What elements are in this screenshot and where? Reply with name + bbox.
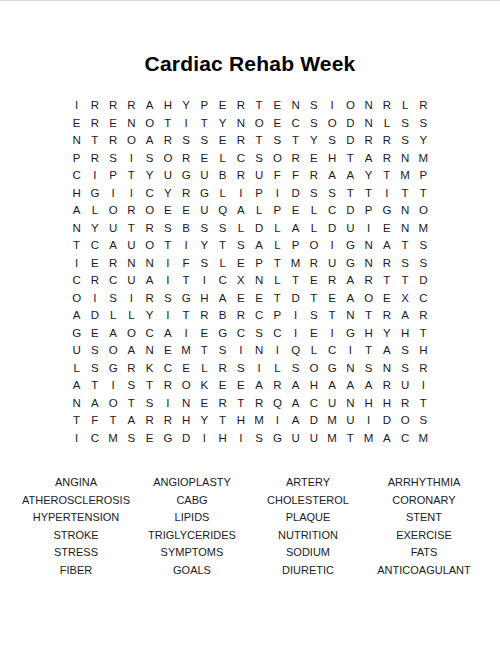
grid-cell: T [341, 150, 359, 168]
grid-cell: S [305, 115, 323, 133]
grid-cell: M [396, 167, 414, 185]
grid-cell: S [141, 150, 159, 168]
grid-cell: H [360, 325, 378, 343]
grid-cell: I [104, 185, 122, 203]
grid-cell: D [177, 430, 195, 448]
grid-cell: R [159, 132, 177, 150]
grid-cell: M [323, 430, 341, 448]
grid-cell: T [323, 307, 341, 325]
grid-cell: C [268, 325, 286, 343]
grid-cell: A [287, 395, 305, 413]
grid-cell: I [177, 237, 195, 255]
grid-cell: E [86, 325, 104, 343]
grid-cell: N [122, 255, 140, 273]
grid-cell: Q [268, 395, 286, 413]
grid-cell: S [396, 115, 414, 133]
grid-cell: T [414, 185, 432, 203]
grid-cell: E [305, 272, 323, 290]
grid-cell: O [360, 290, 378, 308]
grid-cell: I [68, 430, 86, 448]
grid-cell: D [414, 272, 432, 290]
grid-cell: I [159, 272, 177, 290]
grid-cell: S [159, 220, 177, 238]
grid-cell: N [341, 395, 359, 413]
grid-cell: U [159, 167, 177, 185]
grid-cell: R [378, 132, 396, 150]
grid-cell: I [268, 185, 286, 203]
grid-cell: E [104, 115, 122, 133]
grid-cell: L [305, 202, 323, 220]
grid-cell: N [250, 342, 268, 360]
grid-cell: D [341, 115, 359, 133]
grid-cell: L [378, 115, 396, 133]
grid-cell: C [86, 430, 104, 448]
word-list-item: TRIGLYCERIDES [134, 527, 250, 545]
grid-cell: H [414, 342, 432, 360]
grid-cell: D [86, 307, 104, 325]
grid-cell: H [323, 150, 341, 168]
grid-cell: S [414, 255, 432, 273]
grid-cell: E [378, 220, 396, 238]
grid-cell: I [323, 97, 341, 115]
grid-cell: G [323, 360, 341, 378]
grid-cell: Y [195, 412, 213, 430]
grid-cell: T [159, 115, 177, 133]
grid-cell: C [414, 290, 432, 308]
grid-cell: S [195, 255, 213, 273]
grid-cell: O [159, 150, 177, 168]
grid-cell: R [323, 272, 341, 290]
grid-cell: S [305, 185, 323, 203]
grid-cell: I [104, 377, 122, 395]
grid-cell: A [159, 325, 177, 343]
grid-cell: T [341, 185, 359, 203]
grid-cell: I [287, 325, 305, 343]
grid-cell: R [232, 97, 250, 115]
word-list-item: STENT [366, 509, 482, 527]
grid-cell: N [68, 132, 86, 150]
grid-cell: S [159, 290, 177, 308]
grid-cell: N [360, 115, 378, 133]
word-list-column: ARRHYTHMIACORONARYSTENTEXERCISEFATSANTIC… [366, 474, 482, 579]
grid-cell: D [250, 220, 268, 238]
grid-cell: E [177, 360, 195, 378]
grid-cell: A [68, 202, 86, 220]
grid-cell: L [122, 307, 140, 325]
grid-cell: C [68, 272, 86, 290]
grid-cell: T [177, 272, 195, 290]
grid-cell: L [214, 185, 232, 203]
grid-cell: C [214, 272, 232, 290]
grid-cell: R [122, 97, 140, 115]
grid-cell: R [104, 97, 122, 115]
grid-cell: B [214, 167, 232, 185]
grid-cell: U [305, 430, 323, 448]
grid-cell: H [159, 97, 177, 115]
grid-cell: O [177, 377, 195, 395]
grid-cell: M [177, 342, 195, 360]
grid-cell: P [360, 202, 378, 220]
grid-cell: A [68, 377, 86, 395]
grid-cell: P [104, 167, 122, 185]
grid-cell: R [86, 97, 104, 115]
grid-cell: O [305, 360, 323, 378]
grid-cell: M [414, 150, 432, 168]
grid-cell: R [159, 377, 177, 395]
grid-cell: O [396, 412, 414, 430]
grid-cell: E [214, 97, 232, 115]
word-list-item: CORONARY [366, 492, 482, 510]
grid-cell: U [195, 167, 213, 185]
grid-cell: T [214, 412, 232, 430]
grid-cell: M [360, 430, 378, 448]
grid-cell: T [86, 377, 104, 395]
grid-cell: A [287, 412, 305, 430]
grid-cell: D [341, 202, 359, 220]
grid-cell: A [141, 272, 159, 290]
grid-cell: U [287, 430, 305, 448]
grid-cell: G [341, 255, 359, 273]
word-list-column: ANGINAATHEROSCLEROSISHYPERTENSIONSTROKES… [18, 474, 134, 579]
word-list-item: ARRHYTHMIA [366, 474, 482, 492]
grid-cell: R [396, 395, 414, 413]
grid-cell: X [396, 290, 414, 308]
grid-cell: R [305, 255, 323, 273]
grid-cell: S [250, 150, 268, 168]
grid-cell: S [122, 377, 140, 395]
grid-cell: Y [177, 97, 195, 115]
grid-cell: Y [378, 325, 396, 343]
grid-cell: S [414, 237, 432, 255]
grid-cell: S [195, 132, 213, 150]
grid-cell: R [86, 272, 104, 290]
grid-cell: N [141, 342, 159, 360]
grid-cell: Y [305, 132, 323, 150]
grid-cell: O [141, 202, 159, 220]
grid-cell: S [195, 220, 213, 238]
grid-cell: R [414, 307, 432, 325]
grid-cell: A [214, 290, 232, 308]
grid-cell: I [195, 430, 213, 448]
grid-cell: P [268, 202, 286, 220]
word-list-item: CHOLESTEROL [250, 492, 366, 510]
grid-cell: T [122, 167, 140, 185]
grid-cell: E [159, 202, 177, 220]
grid-cell: T [341, 430, 359, 448]
grid-cell: I [122, 185, 140, 203]
grid-cell: C [323, 202, 341, 220]
grid-cell: I [68, 255, 86, 273]
grid-cell: E [268, 97, 286, 115]
grid-cell: T [122, 395, 140, 413]
grid-cell: C [141, 325, 159, 343]
grid-cell: T [195, 115, 213, 133]
grid-cell: A [86, 395, 104, 413]
grid-cell: R [287, 150, 305, 168]
grid-cell: A [341, 272, 359, 290]
grid-cell: S [232, 360, 250, 378]
grid-cell: T [122, 220, 140, 238]
grid-cell: R [141, 412, 159, 430]
grid-cell: T [396, 185, 414, 203]
grid-cell: R [214, 395, 232, 413]
grid-cell: U [68, 342, 86, 360]
grid-cell: R [414, 97, 432, 115]
grid-cell: R [177, 150, 195, 168]
grid-cell: A [287, 220, 305, 238]
grid-cell: F [86, 412, 104, 430]
grid-cell: M [414, 430, 432, 448]
grid-cell: C [232, 325, 250, 343]
grid-cell: I [287, 307, 305, 325]
grid-cell: C [396, 430, 414, 448]
grid-cell: L [214, 255, 232, 273]
grid-cell: I [414, 377, 432, 395]
grid-cell: S [250, 325, 268, 343]
grid-cell: R [250, 395, 268, 413]
grid-cell: D [287, 290, 305, 308]
grid-cell: N [68, 220, 86, 238]
grid-cell: H [68, 185, 86, 203]
grid-cell: U [323, 395, 341, 413]
word-list-item: HYPERTENSION [18, 509, 134, 527]
grid-cell: S [122, 430, 140, 448]
grid-cell: R [214, 360, 232, 378]
grid-cell: A [141, 97, 159, 115]
grid-cell: R [86, 150, 104, 168]
grid-cell: T [268, 255, 286, 273]
grid-cell: N [360, 97, 378, 115]
grid-cell: O [141, 115, 159, 133]
grid-cell: R [305, 167, 323, 185]
grid-cell: G [341, 325, 359, 343]
grid-cell: I [177, 325, 195, 343]
grid-cell: E [195, 325, 213, 343]
word-list: ANGINAATHEROSCLEROSISHYPERTENSIONSTROKES… [18, 474, 482, 579]
grid-cell: T [305, 290, 323, 308]
grid-cell: S [323, 132, 341, 150]
word-list-item: NUTRITION [250, 527, 366, 545]
grid-cell: T [378, 167, 396, 185]
grid-cell: R [104, 255, 122, 273]
grid-cell: Y [141, 167, 159, 185]
grid-cell: O [68, 290, 86, 308]
puzzle-title: Cardiac Rehab Week [0, 1, 500, 76]
grid-cell: I [341, 342, 359, 360]
grid-cell: I [323, 325, 341, 343]
grid-cell: G [268, 430, 286, 448]
grid-cell: Y [159, 185, 177, 203]
grid-cell: G [214, 325, 232, 343]
grid-cell: S [323, 185, 341, 203]
grid-cell: Y [360, 167, 378, 185]
grid-cell: R [378, 307, 396, 325]
grid-cell: R [414, 360, 432, 378]
grid-cell: C [250, 307, 268, 325]
grid-cell: F [268, 167, 286, 185]
grid-cell: G [159, 430, 177, 448]
word-list-item: ANGINA [18, 474, 134, 492]
grid-cell: E [305, 325, 323, 343]
grid-cell: T [86, 132, 104, 150]
grid-cell: R [268, 377, 286, 395]
grid-cell: E [250, 290, 268, 308]
grid-cell: L [305, 342, 323, 360]
grid-cell: C [104, 272, 122, 290]
grid-cell: P [250, 185, 268, 203]
grid-cell: I [268, 412, 286, 430]
grid-cell: O [104, 342, 122, 360]
word-list-item: SYMPTOMS [134, 544, 250, 562]
grid-cell: D [287, 185, 305, 203]
grid-cell: I [68, 97, 86, 115]
word-search-worksheet: Cardiac Rehab Week IRRRAHYPERTENSIONRLRE… [0, 0, 500, 647]
grid-cell: I [250, 360, 268, 378]
grid-cell: T [287, 272, 305, 290]
grid-cell: H [232, 412, 250, 430]
grid-cell: U [104, 220, 122, 238]
grid-cell: A [122, 412, 140, 430]
word-list-item: FATS [366, 544, 482, 562]
grid-cell: Q [214, 202, 232, 220]
grid-cell: M [287, 255, 305, 273]
grid-cell: R [122, 360, 140, 378]
grid-cell: R [378, 255, 396, 273]
grid-cell: R [232, 167, 250, 185]
grid-cell: S [268, 132, 286, 150]
grid-cell: T [287, 132, 305, 150]
grid-cell: R [378, 150, 396, 168]
grid-cell: S [305, 97, 323, 115]
grid-cell: U [122, 237, 140, 255]
grid-cell: S [232, 237, 250, 255]
grid-cell: I [159, 255, 177, 273]
word-list-item: SODIUM [250, 544, 366, 562]
word-list-item: GOALS [134, 562, 250, 580]
grid-cell: E [195, 150, 213, 168]
grid-cell: C [68, 167, 86, 185]
grid-cell: E [86, 255, 104, 273]
grid-cell: N [396, 220, 414, 238]
grid-cell: H [177, 412, 195, 430]
grid-cell: R [232, 132, 250, 150]
grid-cell: A [250, 377, 268, 395]
grid-cell: N [177, 395, 195, 413]
grid-cell: S [396, 132, 414, 150]
grid-cell: A [341, 377, 359, 395]
grid-cell: I [195, 272, 213, 290]
grid-cell: L [232, 220, 250, 238]
grid-cell: R [86, 115, 104, 133]
grid-cell: A [341, 167, 359, 185]
grid-cell: P [414, 167, 432, 185]
grid-cell: I [232, 430, 250, 448]
grid-cell: M [323, 412, 341, 430]
grid-cell: M [250, 412, 268, 430]
grid-cell: C [232, 150, 250, 168]
grid-cell: A [141, 132, 159, 150]
grid-cell: C [323, 342, 341, 360]
grid-cell: N [360, 237, 378, 255]
grid-cell: S [305, 307, 323, 325]
grid-cell: O [323, 115, 341, 133]
grid-cell: L [68, 360, 86, 378]
grid-cell: D [305, 412, 323, 430]
grid-cell: I [323, 237, 341, 255]
grid-cell: U [341, 412, 359, 430]
grid-cell: B [214, 307, 232, 325]
grid-cell: S [214, 220, 232, 238]
grid-cell: T [214, 237, 232, 255]
grid-cell: R [360, 272, 378, 290]
grid-cell: S [86, 360, 104, 378]
grid-cell: C [159, 360, 177, 378]
grid-cell: N [378, 360, 396, 378]
word-list-item: STRESS [18, 544, 134, 562]
grid-cell: P [250, 255, 268, 273]
grid-cell: O [341, 97, 359, 115]
grid-cell: O [250, 115, 268, 133]
grid-cell: P [268, 307, 286, 325]
grid-cell: G [341, 237, 359, 255]
grid-cell: N [287, 97, 305, 115]
grid-cell: U [195, 202, 213, 220]
grid-cell: C [287, 115, 305, 133]
grid-cell: C [141, 185, 159, 203]
grid-cell: R [104, 132, 122, 150]
grid-cell: Y [86, 220, 104, 238]
grid-cell: C [86, 237, 104, 255]
grid-cell: A [250, 237, 268, 255]
grid-cell: I [268, 342, 286, 360]
grid-cell: A [378, 342, 396, 360]
grid-cell: R [177, 185, 195, 203]
grid-cell: O [104, 395, 122, 413]
grid-cell: O [268, 150, 286, 168]
grid-cell: U [396, 377, 414, 395]
grid-cell: T [360, 307, 378, 325]
grid-cell: R [360, 132, 378, 150]
grid-cell: O [104, 202, 122, 220]
grid-cell: E [232, 255, 250, 273]
grid-cell: O [122, 132, 140, 150]
grid-cell: A [341, 290, 359, 308]
grid-cell: E [287, 202, 305, 220]
grid-cell: G [177, 167, 195, 185]
grid-cell: N [341, 307, 359, 325]
grid-cell: S [141, 395, 159, 413]
grid-cell: R [378, 97, 396, 115]
grid-cell: I [177, 115, 195, 133]
grid-cell: L [396, 97, 414, 115]
grid-cell: G [104, 360, 122, 378]
grid-cell: I [232, 342, 250, 360]
grid-cell: I [159, 395, 177, 413]
grid-cell: E [68, 115, 86, 133]
grid-cell: N [68, 395, 86, 413]
grid-cell: H [214, 430, 232, 448]
grid-cell: N [341, 360, 359, 378]
grid-cell: G [68, 325, 86, 343]
grid-cell: N [141, 255, 159, 273]
grid-cell: F [177, 255, 195, 273]
grid-cell: E [323, 290, 341, 308]
grid-cell: M [414, 220, 432, 238]
grid-cell: T [360, 342, 378, 360]
grid-cell: L [268, 360, 286, 378]
grid-cell: D [341, 132, 359, 150]
grid-cell: S [104, 150, 122, 168]
